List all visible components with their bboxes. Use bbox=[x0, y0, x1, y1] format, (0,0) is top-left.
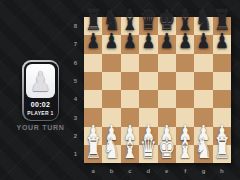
player-card: ♟ 00:02 PLAYER 1 bbox=[22, 60, 59, 121]
black-pawn-b7[interactable]: ♟ bbox=[102, 31, 120, 52]
rank-labels: 87654321 bbox=[70, 17, 81, 163]
square-h5[interactable] bbox=[213, 72, 231, 90]
white-queen-d1[interactable]: ♛ bbox=[139, 133, 157, 162]
square-b6[interactable] bbox=[102, 54, 120, 72]
white-rook-h1[interactable]: ♜ bbox=[213, 133, 231, 162]
rank-label-3: 3 bbox=[70, 108, 81, 126]
square-g5[interactable] bbox=[194, 72, 212, 90]
file-label-c: c bbox=[121, 164, 139, 177]
rank-label-8: 8 bbox=[70, 17, 81, 35]
file-label-e: e bbox=[158, 164, 176, 177]
square-b5[interactable] bbox=[102, 72, 120, 90]
square-b4[interactable] bbox=[102, 90, 120, 108]
rank-label-6: 6 bbox=[70, 54, 81, 72]
square-f6[interactable] bbox=[176, 54, 194, 72]
square-a4[interactable] bbox=[84, 90, 102, 108]
file-label-d: d bbox=[139, 164, 157, 177]
square-d5[interactable] bbox=[139, 72, 157, 90]
black-pawn-g7[interactable]: ♟ bbox=[194, 31, 212, 52]
player-card-inner: ♟ 00:02 PLAYER 1 bbox=[24, 62, 58, 120]
file-label-g: g bbox=[194, 164, 212, 177]
player-name: PLAYER 1 bbox=[27, 110, 53, 116]
rank-label-4: 4 bbox=[70, 90, 81, 108]
square-c6[interactable] bbox=[121, 54, 139, 72]
square-e4[interactable] bbox=[158, 90, 176, 108]
black-pawn-f7[interactable]: ♟ bbox=[176, 31, 194, 52]
black-pawn-e7[interactable]: ♟ bbox=[158, 31, 176, 52]
black-pawn-h7[interactable]: ♟ bbox=[213, 31, 231, 52]
black-pawn-d7[interactable]: ♟ bbox=[139, 31, 157, 52]
player-timer: 00:02 bbox=[31, 101, 50, 108]
black-pawn-a7[interactable]: ♟ bbox=[84, 31, 102, 52]
rank-label-7: 7 bbox=[70, 35, 81, 53]
square-g4[interactable] bbox=[194, 90, 212, 108]
white-rook-a1[interactable]: ♜ bbox=[84, 133, 102, 162]
square-h6[interactable] bbox=[213, 54, 231, 72]
square-a5[interactable] bbox=[84, 72, 102, 90]
player-piece-tile: ♟ bbox=[26, 64, 55, 98]
square-e5[interactable] bbox=[158, 72, 176, 90]
white-king-e1[interactable]: ♚ bbox=[158, 133, 176, 162]
black-pawn-c7[interactable]: ♟ bbox=[121, 31, 139, 52]
turn-status-label: YOUR TURN bbox=[12, 124, 69, 131]
square-f5[interactable] bbox=[176, 72, 194, 90]
white-knight-g1[interactable]: ♞ bbox=[194, 133, 212, 162]
rank-label-5: 5 bbox=[70, 72, 81, 90]
rank-label-2: 2 bbox=[70, 127, 81, 145]
file-label-b: b bbox=[102, 164, 120, 177]
square-e6[interactable] bbox=[158, 54, 176, 72]
rank-label-1: 1 bbox=[70, 145, 81, 163]
game-screen: ♟ 00:02 PLAYER 1 YOUR TURN 87654321 ♜♞♝♛… bbox=[0, 0, 240, 180]
square-d6[interactable] bbox=[139, 54, 157, 72]
square-d4[interactable] bbox=[139, 90, 157, 108]
file-label-f: f bbox=[176, 164, 194, 177]
white-bishop-f1[interactable]: ♝ bbox=[176, 133, 194, 162]
square-a6[interactable] bbox=[84, 54, 102, 72]
square-c4[interactable] bbox=[121, 90, 139, 108]
file-label-h: h bbox=[213, 164, 231, 177]
white-knight-b1[interactable]: ♞ bbox=[102, 133, 120, 162]
file-labels: abcdefgh bbox=[84, 164, 231, 177]
file-label-a: a bbox=[84, 164, 102, 177]
white-pawn-icon: ♟ bbox=[29, 68, 51, 95]
square-g6[interactable] bbox=[194, 54, 212, 72]
square-h4[interactable] bbox=[213, 90, 231, 108]
white-bishop-c1[interactable]: ♝ bbox=[121, 133, 139, 162]
square-c5[interactable] bbox=[121, 72, 139, 90]
square-f4[interactable] bbox=[176, 90, 194, 108]
